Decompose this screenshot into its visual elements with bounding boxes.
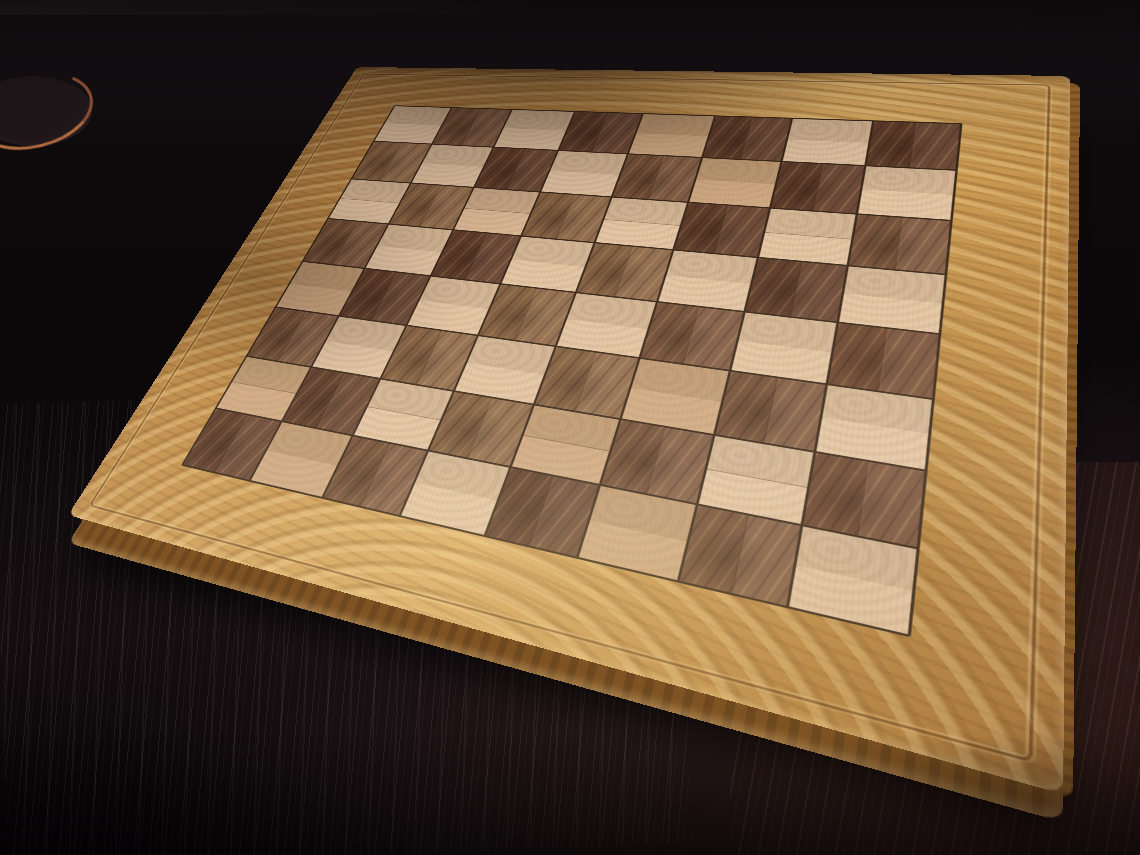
square-h6 (849, 214, 950, 273)
square-e6 (596, 197, 687, 249)
square-h5 (839, 267, 944, 333)
background-wall-band (0, 0, 540, 15)
square-g5 (745, 258, 846, 321)
square-f4 (641, 303, 743, 370)
square-e8 (629, 114, 714, 157)
square-e4 (557, 293, 655, 357)
square-f5 (658, 251, 756, 311)
square-f6 (674, 203, 768, 257)
square-h8 (867, 121, 960, 169)
square-f8 (703, 116, 790, 160)
board-field (181, 105, 963, 637)
square-h7 (858, 166, 955, 219)
square-g8 (782, 119, 872, 165)
square-f1 (578, 486, 695, 580)
square-f7 (689, 158, 780, 207)
square-e5 (577, 244, 672, 301)
coaster (0, 76, 92, 146)
square-g6 (759, 208, 856, 265)
square-g7 (771, 162, 865, 213)
square-d8 (560, 112, 642, 153)
square-e7 (613, 154, 701, 201)
square-g4 (731, 313, 837, 384)
photo-scene (0, 0, 1140, 855)
coaster-copper-rim-icon (0, 60, 101, 161)
